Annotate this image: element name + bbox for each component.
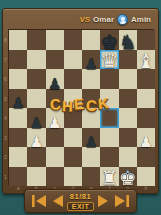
- square-h2[interactable]: [137, 147, 155, 167]
- square-a1[interactable]: [9, 167, 27, 187]
- piece-black-pawn-e3[interactable]: ♟: [82, 126, 100, 147]
- square-h8[interactable]: [137, 30, 155, 50]
- previous-move-icon: [51, 195, 63, 207]
- rank-label-1: 1: [3, 174, 8, 180]
- next-move-button[interactable]: [96, 195, 112, 208]
- previous-move-button[interactable]: [49, 195, 65, 208]
- square-a8[interactable]: [9, 30, 27, 50]
- square-e8[interactable]: [82, 30, 100, 50]
- square-a3[interactable]: [9, 128, 27, 148]
- square-f6[interactable]: [100, 69, 118, 89]
- rank-label-6: 6: [3, 76, 8, 82]
- check-letter: C: [49, 95, 63, 113]
- file-label-h: h: [137, 185, 155, 191]
- square-h1[interactable]: [137, 167, 155, 187]
- square-b6[interactable]: [27, 69, 45, 89]
- vs-label: VS: [79, 15, 90, 24]
- square-c3[interactable]: [46, 128, 64, 148]
- square-b2[interactable]: [27, 147, 45, 167]
- piece-white-queen-f7[interactable]: ♛: [100, 48, 118, 69]
- skip-to-first-button[interactable]: [31, 195, 47, 208]
- skip-to-last-icon: [115, 195, 129, 207]
- square-g7[interactable]: [119, 50, 137, 70]
- skip-to-last-button[interactable]: [114, 195, 130, 208]
- rank-label-7: 7: [3, 57, 8, 63]
- square-c1[interactable]: [46, 167, 64, 187]
- piece-black-pawn-c6[interactable]: ♟: [46, 68, 64, 89]
- piece-black-knight-g8[interactable]: ♞: [119, 29, 137, 50]
- check-letter: E: [73, 95, 86, 113]
- square-b1[interactable]: [27, 167, 45, 187]
- opponent-name-right: Amin: [131, 15, 151, 24]
- avatar-person-body-icon: [120, 21, 127, 25]
- square-c2[interactable]: [46, 147, 64, 167]
- piece-white-pawn-b3[interactable]: ♟: [27, 126, 45, 147]
- check-letter: K: [97, 94, 111, 112]
- square-b8[interactable]: [27, 30, 45, 50]
- square-f3[interactable]: [100, 128, 118, 148]
- piece-black-pawn-e7[interactable]: ♟: [82, 48, 100, 69]
- avatar-person-icon: [121, 17, 125, 21]
- square-h6[interactable]: [137, 69, 155, 89]
- square-a7[interactable]: [9, 50, 27, 70]
- rank-label-2: 2: [3, 154, 8, 160]
- square-f2[interactable]: [100, 147, 118, 167]
- piece-white-king-g1[interactable]: ♚: [119, 165, 137, 186]
- opponent-avatar[interactable]: [117, 14, 128, 25]
- check-letter: C: [85, 96, 98, 114]
- square-g6[interactable]: [119, 69, 137, 89]
- square-c7[interactable]: [46, 50, 64, 70]
- skip-to-first-icon: [32, 195, 46, 207]
- square-e2[interactable]: [82, 147, 100, 167]
- rank-label-8: 8: [3, 37, 8, 43]
- square-h5[interactable]: [137, 89, 155, 109]
- square-d3[interactable]: [64, 128, 82, 148]
- square-g2[interactable]: [119, 147, 137, 167]
- square-g3[interactable]: [119, 128, 137, 148]
- square-d2[interactable]: [64, 147, 82, 167]
- piece-white-bishop-h7[interactable]: ♝: [137, 48, 155, 69]
- piece-black-pawn-a5[interactable]: ♟: [9, 87, 27, 108]
- square-a6[interactable]: [9, 69, 27, 89]
- square-b7[interactable]: [27, 50, 45, 70]
- square-h4[interactable]: [137, 108, 155, 128]
- piece-black-king-f8[interactable]: ♚: [100, 29, 118, 50]
- square-d6[interactable]: [64, 69, 82, 89]
- square-c8[interactable]: [46, 30, 64, 50]
- square-e6[interactable]: [82, 69, 100, 89]
- check-banner: CHECK: [28, 95, 132, 114]
- piece-white-pawn-h3[interactable]: ♟: [137, 126, 155, 147]
- next-move-icon: [98, 195, 110, 207]
- exit-button[interactable]: EXIT: [67, 202, 95, 211]
- piece-white-rook-f1[interactable]: ♜: [100, 165, 118, 186]
- square-d8[interactable]: [64, 30, 82, 50]
- rank-label-5: 5: [3, 96, 8, 102]
- rank-label-4: 4: [3, 115, 8, 121]
- square-a2[interactable]: [9, 147, 27, 167]
- square-a4[interactable]: [9, 108, 27, 128]
- move-counter: 81/81: [70, 192, 91, 201]
- player-info-bar: VS Omar Amin: [0, 10, 151, 28]
- opponent-name-left: Omar: [93, 15, 114, 24]
- chess-app-window: VS Omar Amin 87654321abcdefgh♚♞♟♛♝♟♟♟♟♟♟…: [0, 0, 161, 215]
- square-e1[interactable]: [82, 167, 100, 187]
- square-d1[interactable]: [64, 167, 82, 187]
- rank-label-3: 3: [3, 135, 8, 141]
- move-navigation-bar: 81/81 EXIT: [24, 189, 137, 213]
- square-d7[interactable]: [64, 50, 82, 70]
- nav-center-stack: 81/81 EXIT: [67, 192, 95, 211]
